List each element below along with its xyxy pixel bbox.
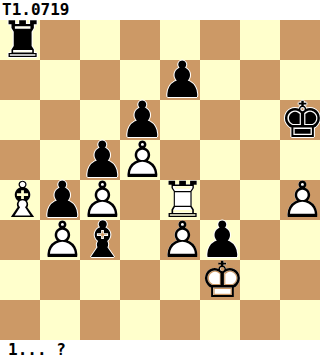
square-e7[interactable]: ♟ [160, 60, 200, 100]
square-d4[interactable] [120, 180, 160, 220]
piece-outline: ♙ [40, 220, 80, 260]
square-g4[interactable] [240, 180, 280, 220]
square-e6[interactable] [160, 100, 200, 140]
piece-white-pawn[interactable]: ♟♙ [160, 220, 200, 260]
square-c1[interactable] [80, 300, 120, 340]
chess-board: ♜♟♟♚♟♟♙♝♗♟♟♙♜♖♟♙♟♙♝♟♙♟♚♔ [0, 20, 320, 340]
square-b1[interactable] [40, 300, 80, 340]
piece-outline: ♔ [200, 260, 240, 300]
square-f6[interactable] [200, 100, 240, 140]
piece-outline: ♙ [160, 220, 200, 260]
piece-black-king[interactable]: ♚ [280, 100, 320, 140]
square-a7[interactable] [0, 60, 40, 100]
square-e2[interactable] [160, 260, 200, 300]
square-g8[interactable] [240, 20, 280, 60]
square-a1[interactable] [0, 300, 40, 340]
piece-outline: ♙ [280, 180, 320, 220]
square-d8[interactable] [120, 20, 160, 60]
piece-black-rook[interactable]: ♜ [0, 20, 40, 60]
square-c8[interactable] [80, 20, 120, 60]
square-a2[interactable] [0, 260, 40, 300]
piece-white-pawn[interactable]: ♟♙ [120, 140, 160, 180]
square-f7[interactable] [200, 60, 240, 100]
chess-puzzle-app: T1.0719 ♜♟♟♚♟♟♙♝♗♟♟♙♜♖♟♙♟♙♝♟♙♟♚♔ 1... ? [0, 0, 320, 360]
square-g1[interactable] [240, 300, 280, 340]
square-g6[interactable] [240, 100, 280, 140]
square-d5[interactable]: ♟♙ [120, 140, 160, 180]
square-e3[interactable]: ♟♙ [160, 220, 200, 260]
square-a4[interactable]: ♝♗ [0, 180, 40, 220]
square-h3[interactable] [280, 220, 320, 260]
puzzle-id: T1.0719 [0, 0, 320, 20]
square-a6[interactable] [0, 100, 40, 140]
square-c3[interactable]: ♝ [80, 220, 120, 260]
square-f1[interactable] [200, 300, 240, 340]
square-g7[interactable] [240, 60, 280, 100]
piece-black-bishop[interactable]: ♝ [80, 220, 120, 260]
square-g3[interactable] [240, 220, 280, 260]
piece-white-pawn[interactable]: ♟♙ [40, 220, 80, 260]
move-prompt: 1... ? [0, 340, 320, 360]
piece-white-king[interactable]: ♚♔ [200, 260, 240, 300]
piece-outline: ♗ [0, 180, 40, 220]
square-a3[interactable] [0, 220, 40, 260]
square-h1[interactable] [280, 300, 320, 340]
square-d2[interactable] [120, 260, 160, 300]
piece-outline: ♙ [120, 140, 160, 180]
square-f2[interactable]: ♚♔ [200, 260, 240, 300]
square-g5[interactable] [240, 140, 280, 180]
piece-white-pawn[interactable]: ♟♙ [280, 180, 320, 220]
square-f5[interactable] [200, 140, 240, 180]
square-f8[interactable] [200, 20, 240, 60]
square-h8[interactable] [280, 20, 320, 60]
square-e1[interactable] [160, 300, 200, 340]
square-h4[interactable]: ♟♙ [280, 180, 320, 220]
square-b2[interactable] [40, 260, 80, 300]
square-h6[interactable]: ♚ [280, 100, 320, 140]
piece-black-pawn[interactable]: ♟ [160, 60, 200, 100]
square-h2[interactable] [280, 260, 320, 300]
square-b6[interactable] [40, 100, 80, 140]
square-a8[interactable]: ♜ [0, 20, 40, 60]
square-d3[interactable] [120, 220, 160, 260]
square-b3[interactable]: ♟♙ [40, 220, 80, 260]
square-d1[interactable] [120, 300, 160, 340]
square-b7[interactable] [40, 60, 80, 100]
square-g2[interactable] [240, 260, 280, 300]
square-c7[interactable] [80, 60, 120, 100]
square-b8[interactable] [40, 20, 80, 60]
piece-white-bishop[interactable]: ♝♗ [0, 180, 40, 220]
square-c2[interactable] [80, 260, 120, 300]
